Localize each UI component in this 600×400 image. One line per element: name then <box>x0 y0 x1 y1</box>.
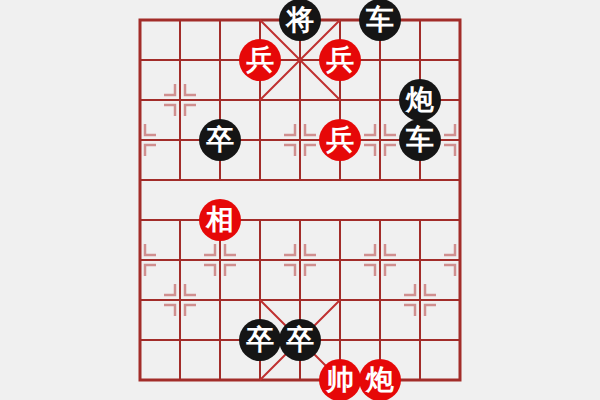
point-c4-r0[interactable]: 将 <box>280 0 320 40</box>
point-c1-r7[interactable] <box>160 280 200 320</box>
point-c1-r2[interactable] <box>160 80 200 120</box>
point-c1-r8[interactable] <box>160 320 200 360</box>
point-c0-r9[interactable] <box>120 360 160 400</box>
piece-black-chariot-a[interactable]: 车 <box>359 0 401 41</box>
point-c7-r6[interactable] <box>400 240 440 280</box>
point-c3-r7[interactable] <box>240 280 280 320</box>
point-c2-r4[interactable] <box>200 160 240 200</box>
point-c6-r2[interactable] <box>360 80 400 120</box>
point-c8-r6[interactable] <box>440 240 480 280</box>
point-c5-r0[interactable] <box>320 0 360 40</box>
point-c2-r5[interactable]: 相 <box>200 200 240 240</box>
piece-black-general[interactable]: 将 <box>279 0 321 41</box>
point-c0-r5[interactable] <box>120 200 160 240</box>
point-c5-r6[interactable] <box>320 240 360 280</box>
point-c5-r8[interactable] <box>320 320 360 360</box>
piece-black-soldier-c[interactable]: 卒 <box>279 319 321 361</box>
point-c5-r4[interactable] <box>320 160 360 200</box>
point-c6-r9[interactable]: 炮 <box>360 360 400 400</box>
point-c6-r3[interactable] <box>360 120 400 160</box>
piece-red-cannon[interactable]: 炮 <box>359 359 401 400</box>
point-c6-r0[interactable]: 车 <box>360 0 400 40</box>
point-c3-r4[interactable] <box>240 160 280 200</box>
point-c0-r4[interactable] <box>120 160 160 200</box>
point-c7-r8[interactable] <box>400 320 440 360</box>
point-c8-r1[interactable] <box>440 40 480 80</box>
point-c6-r6[interactable] <box>360 240 400 280</box>
point-c2-r1[interactable] <box>200 40 240 80</box>
point-c6-r5[interactable] <box>360 200 400 240</box>
piece-red-elephant[interactable]: 相 <box>199 199 241 241</box>
point-c8-r2[interactable] <box>440 80 480 120</box>
point-c2-r8[interactable] <box>200 320 240 360</box>
point-c8-r7[interactable] <box>440 280 480 320</box>
point-c0-r3[interactable] <box>120 120 160 160</box>
piece-black-cannon[interactable]: 炮 <box>399 79 441 121</box>
point-c4-r6[interactable] <box>280 240 320 280</box>
point-c7-r1[interactable] <box>400 40 440 80</box>
piece-red-soldier-a[interactable]: 兵 <box>239 39 281 81</box>
point-c6-r7[interactable] <box>360 280 400 320</box>
point-c7-r3[interactable]: 车 <box>400 120 440 160</box>
piece-black-soldier-a[interactable]: 卒 <box>199 119 241 161</box>
point-c3-r9[interactable] <box>240 360 280 400</box>
point-c7-r7[interactable] <box>400 280 440 320</box>
point-c8-r4[interactable] <box>440 160 480 200</box>
point-c1-r5[interactable] <box>160 200 200 240</box>
point-c2-r7[interactable] <box>200 280 240 320</box>
point-c0-r8[interactable] <box>120 320 160 360</box>
point-c7-r2[interactable]: 炮 <box>400 80 440 120</box>
piece-red-soldier-b[interactable]: 兵 <box>319 39 361 81</box>
point-c3-r6[interactable] <box>240 240 280 280</box>
point-c7-r9[interactable] <box>400 360 440 400</box>
point-c2-r2[interactable] <box>200 80 240 120</box>
point-c0-r7[interactable] <box>120 280 160 320</box>
point-c3-r1[interactable]: 兵 <box>240 40 280 80</box>
piece-black-chariot-b[interactable]: 车 <box>399 119 441 161</box>
point-c8-r8[interactable] <box>440 320 480 360</box>
point-c4-r7[interactable] <box>280 280 320 320</box>
point-c8-r5[interactable] <box>440 200 480 240</box>
point-c5-r7[interactable] <box>320 280 360 320</box>
point-c0-r2[interactable] <box>120 80 160 120</box>
point-c1-r1[interactable] <box>160 40 200 80</box>
point-c1-r0[interactable] <box>160 0 200 40</box>
point-c7-r4[interactable] <box>400 160 440 200</box>
point-c8-r3[interactable] <box>440 120 480 160</box>
point-c3-r0[interactable] <box>240 0 280 40</box>
point-c3-r5[interactable] <box>240 200 280 240</box>
point-c4-r5[interactable] <box>280 200 320 240</box>
point-c5-r1[interactable]: 兵 <box>320 40 360 80</box>
point-c4-r9[interactable] <box>280 360 320 400</box>
point-c2-r3[interactable]: 卒 <box>200 120 240 160</box>
piece-red-general[interactable]: 帅 <box>319 359 361 400</box>
point-c8-r0[interactable] <box>440 0 480 40</box>
point-c1-r4[interactable] <box>160 160 200 200</box>
point-c4-r2[interactable] <box>280 80 320 120</box>
point-c1-r9[interactable] <box>160 360 200 400</box>
point-c3-r2[interactable] <box>240 80 280 120</box>
point-c1-r6[interactable] <box>160 240 200 280</box>
xiangqi-board: 将车兵兵炮卒兵车相卒卒帅炮 <box>0 0 600 400</box>
point-c5-r3[interactable]: 兵 <box>320 120 360 160</box>
point-c4-r1[interactable] <box>280 40 320 80</box>
point-c6-r8[interactable] <box>360 320 400 360</box>
point-c3-r3[interactable] <box>240 120 280 160</box>
point-c6-r4[interactable] <box>360 160 400 200</box>
point-c2-r9[interactable] <box>200 360 240 400</box>
point-c0-r1[interactable] <box>120 40 160 80</box>
point-c4-r8[interactable]: 卒 <box>280 320 320 360</box>
point-c0-r6[interactable] <box>120 240 160 280</box>
point-c1-r3[interactable] <box>160 120 200 160</box>
point-c4-r4[interactable] <box>280 160 320 200</box>
point-c7-r0[interactable] <box>400 0 440 40</box>
point-c2-r0[interactable] <box>200 0 240 40</box>
point-c2-r6[interactable] <box>200 240 240 280</box>
point-c5-r2[interactable] <box>320 80 360 120</box>
point-c0-r0[interactable] <box>120 0 160 40</box>
point-c6-r1[interactable] <box>360 40 400 80</box>
point-c3-r8[interactable]: 卒 <box>240 320 280 360</box>
piece-black-soldier-b[interactable]: 卒 <box>239 319 281 361</box>
point-c7-r5[interactable] <box>400 200 440 240</box>
piece-red-soldier-c[interactable]: 兵 <box>319 119 361 161</box>
point-c8-r9[interactable] <box>440 360 480 400</box>
point-c5-r5[interactable] <box>320 200 360 240</box>
point-c4-r3[interactable] <box>280 120 320 160</box>
board-points-grid: 将车兵兵炮卒兵车相卒卒帅炮 <box>120 0 480 400</box>
point-c5-r9[interactable]: 帅 <box>320 360 360 400</box>
